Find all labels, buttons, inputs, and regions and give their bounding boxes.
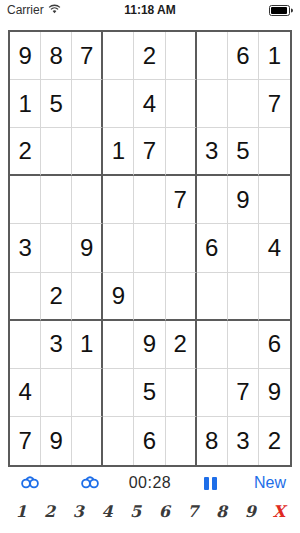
cell-r4c6[interactable]: 7 bbox=[166, 176, 197, 224]
cell-r6c3[interactable] bbox=[72, 273, 103, 321]
cell-r7c2[interactable]: 3 bbox=[41, 321, 72, 369]
pad-digit-3[interactable]: 3 bbox=[67, 502, 89, 521]
cell-r3c3[interactable] bbox=[72, 128, 103, 176]
cell-r1c3[interactable]: 7 bbox=[72, 32, 103, 80]
cell-r3c5[interactable]: 7 bbox=[134, 128, 165, 176]
cell-r2c5[interactable]: 4 bbox=[134, 80, 165, 128]
pad-digit-4[interactable]: 4 bbox=[96, 502, 118, 521]
glasses-icon bbox=[79, 473, 101, 493]
cell-r2c4[interactable] bbox=[103, 80, 134, 128]
cell-r2c8[interactable] bbox=[228, 80, 259, 128]
cell-r4c8[interactable]: 9 bbox=[228, 176, 259, 224]
cell-r1c2[interactable]: 8 bbox=[41, 32, 72, 80]
wifi-icon bbox=[48, 3, 61, 17]
toolbar: 00:28 New bbox=[0, 469, 300, 497]
cell-r6c2[interactable]: 2 bbox=[41, 273, 72, 321]
cell-r8c7[interactable] bbox=[197, 369, 228, 417]
cell-r1c8[interactable]: 6 bbox=[228, 32, 259, 80]
sudoku-grid: 98726115472173579396429319264579796832 bbox=[8, 30, 292, 467]
cell-r1c4[interactable] bbox=[103, 32, 134, 80]
cell-r1c9[interactable]: 1 bbox=[259, 32, 290, 80]
cell-r8c6[interactable] bbox=[166, 369, 197, 417]
glasses-icon bbox=[19, 473, 41, 493]
cell-r4c9[interactable] bbox=[259, 176, 290, 224]
cell-r6c6[interactable] bbox=[166, 273, 197, 321]
cell-r7c4[interactable] bbox=[103, 321, 134, 369]
cell-r5c3[interactable]: 9 bbox=[72, 224, 103, 272]
cell-r5c8[interactable] bbox=[228, 224, 259, 272]
pad-digit-8[interactable]: 8 bbox=[211, 502, 233, 521]
hint-button-left[interactable] bbox=[0, 473, 60, 493]
cell-r5c5[interactable] bbox=[134, 224, 165, 272]
cell-r7c8[interactable] bbox=[228, 321, 259, 369]
cell-r2c2[interactable]: 5 bbox=[41, 80, 72, 128]
cell-r8c3[interactable] bbox=[72, 369, 103, 417]
cell-r3c2[interactable] bbox=[41, 128, 72, 176]
cell-r3c7[interactable]: 3 bbox=[197, 128, 228, 176]
new-game-label: New bbox=[254, 474, 286, 492]
pause-icon bbox=[204, 477, 217, 490]
cell-r9c8[interactable]: 3 bbox=[228, 417, 259, 465]
cell-r7c1[interactable] bbox=[10, 321, 41, 369]
carrier-label: Carrier bbox=[7, 3, 44, 17]
status-bar: Carrier 11:18 AM bbox=[0, 0, 300, 20]
number-pad: 123456789X bbox=[0, 502, 300, 521]
cell-r6c4[interactable]: 9 bbox=[103, 273, 134, 321]
cell-r4c2[interactable] bbox=[41, 176, 72, 224]
pad-digit-2[interactable]: 2 bbox=[39, 502, 61, 521]
hint-button-right[interactable] bbox=[60, 473, 120, 493]
cell-r9c9[interactable]: 2 bbox=[259, 417, 290, 465]
cell-r3c9[interactable] bbox=[259, 128, 290, 176]
cell-r9c5[interactable]: 6 bbox=[134, 417, 165, 465]
cell-r2c6[interactable] bbox=[166, 80, 197, 128]
cell-r8c8[interactable]: 7 bbox=[228, 369, 259, 417]
cell-r8c2[interactable] bbox=[41, 369, 72, 417]
cell-r5c2[interactable] bbox=[41, 224, 72, 272]
cell-r1c5[interactable]: 2 bbox=[134, 32, 165, 80]
cell-r1c1[interactable]: 9 bbox=[10, 32, 41, 80]
cell-r5c9[interactable]: 4 bbox=[259, 224, 290, 272]
new-game-button[interactable]: New bbox=[240, 474, 300, 492]
cell-r3c1[interactable]: 2 bbox=[10, 128, 41, 176]
cell-r8c5[interactable]: 5 bbox=[134, 369, 165, 417]
cell-r6c5[interactable] bbox=[134, 273, 165, 321]
cell-r5c1[interactable]: 3 bbox=[10, 224, 41, 272]
cell-r8c4[interactable] bbox=[103, 369, 134, 417]
cell-r6c7[interactable] bbox=[197, 273, 228, 321]
pause-button[interactable] bbox=[180, 477, 240, 490]
cell-r2c9[interactable]: 7 bbox=[259, 80, 290, 128]
cell-r6c1[interactable] bbox=[10, 273, 41, 321]
cell-r5c4[interactable] bbox=[103, 224, 134, 272]
cell-r9c3[interactable] bbox=[72, 417, 103, 465]
cell-r4c3[interactable] bbox=[72, 176, 103, 224]
pad-digit-5[interactable]: 5 bbox=[125, 502, 147, 521]
pad-digit-6[interactable]: 6 bbox=[153, 502, 175, 521]
cell-r7c7[interactable] bbox=[197, 321, 228, 369]
cell-r5c6[interactable] bbox=[166, 224, 197, 272]
cell-r6c9[interactable] bbox=[259, 273, 290, 321]
cell-r9c2[interactable]: 9 bbox=[41, 417, 72, 465]
cell-r2c1[interactable]: 1 bbox=[10, 80, 41, 128]
cell-r4c4[interactable] bbox=[103, 176, 134, 224]
cell-r2c7[interactable] bbox=[197, 80, 228, 128]
cell-r9c6[interactable] bbox=[166, 417, 197, 465]
cell-r4c1[interactable] bbox=[10, 176, 41, 224]
cell-r7c3[interactable]: 1 bbox=[72, 321, 103, 369]
cell-r3c6[interactable] bbox=[166, 128, 197, 176]
pad-digit-9[interactable]: 9 bbox=[239, 502, 261, 521]
timer-label: 00:28 bbox=[129, 474, 172, 492]
cell-r5c7[interactable]: 6 bbox=[197, 224, 228, 272]
cell-r9c4[interactable] bbox=[103, 417, 134, 465]
cell-r9c7[interactable]: 8 bbox=[197, 417, 228, 465]
cell-r4c5[interactable] bbox=[134, 176, 165, 224]
pad-digit-7[interactable]: 7 bbox=[182, 502, 204, 521]
cell-r4c7[interactable] bbox=[197, 176, 228, 224]
cell-r1c7[interactable] bbox=[197, 32, 228, 80]
cell-r2c3[interactable] bbox=[72, 80, 103, 128]
cell-r7c5[interactable]: 9 bbox=[134, 321, 165, 369]
cell-r7c9[interactable]: 6 bbox=[259, 321, 290, 369]
cell-r1c6[interactable] bbox=[166, 32, 197, 80]
cell-r6c8[interactable] bbox=[228, 273, 259, 321]
cell-r8c1[interactable]: 4 bbox=[10, 369, 41, 417]
delete-button[interactable]: X bbox=[268, 502, 290, 521]
cell-r3c4[interactable]: 1 bbox=[103, 128, 134, 176]
pad-digit-1[interactable]: 1 bbox=[10, 502, 32, 521]
cell-r8c9[interactable]: 9 bbox=[259, 369, 290, 417]
cell-r9c1[interactable]: 7 bbox=[10, 417, 41, 465]
cell-r7c6[interactable]: 2 bbox=[166, 321, 197, 369]
battery-icon bbox=[269, 5, 293, 16]
cell-r3c8[interactable]: 5 bbox=[228, 128, 259, 176]
